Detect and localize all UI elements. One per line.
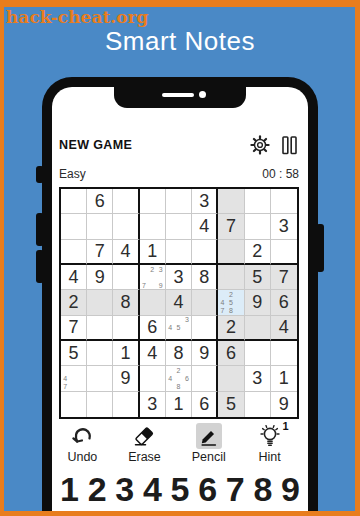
numpad-2[interactable]: 2 bbox=[88, 472, 107, 506]
cell-value: 4 bbox=[173, 292, 183, 313]
game-status-row: Easy 00 : 58 bbox=[52, 166, 308, 182]
phone-screen: NEW GAME bbox=[52, 87, 308, 516]
cell-value: 5 bbox=[69, 343, 79, 364]
undo-arrow-icon bbox=[69, 423, 95, 449]
cell-value: 4 bbox=[147, 343, 157, 364]
cell-value: 9 bbox=[252, 292, 262, 313]
numpad-9[interactable]: 9 bbox=[281, 472, 300, 506]
numpad-5[interactable]: 5 bbox=[171, 472, 190, 506]
camera-dot bbox=[199, 91, 206, 98]
cell-value: 7 bbox=[69, 317, 79, 338]
hint-label: Hint bbox=[258, 450, 280, 464]
difficulty-label: Easy bbox=[52, 167, 86, 181]
cell-r8c1[interactable]: 47 bbox=[61, 366, 87, 391]
cell-value: 5 bbox=[252, 267, 262, 288]
screenshot-canvas: hack-cheat.org Smart Notes NEW GAME bbox=[0, 0, 360, 516]
cell-value: 9 bbox=[121, 368, 131, 389]
cell-r2c1[interactable] bbox=[61, 214, 87, 239]
cell-r3c1[interactable] bbox=[61, 240, 87, 265]
cell-r8c7[interactable] bbox=[218, 366, 244, 391]
cell-r7c6[interactable]: 9 bbox=[192, 341, 218, 366]
undo-label: Undo bbox=[67, 450, 97, 464]
cell-r4c3[interactable] bbox=[113, 265, 139, 290]
cell-r4c5[interactable]: 3 bbox=[166, 265, 192, 290]
cell-r4c1[interactable]: 4 bbox=[61, 265, 87, 290]
cell-r9c3[interactable] bbox=[113, 392, 139, 417]
cell-value: 7 bbox=[226, 216, 236, 237]
cell-value: 8 bbox=[121, 292, 131, 313]
cell-value: 1 bbox=[147, 241, 157, 262]
frame-border-bottom bbox=[0, 511, 360, 516]
cell-r9c6[interactable]: 6 bbox=[192, 392, 218, 417]
banner-title: Smart Notes bbox=[0, 26, 360, 57]
cell-r5c8[interactable]: 9 bbox=[245, 290, 271, 315]
cell-r3c8[interactable]: 2 bbox=[245, 240, 271, 265]
cell-r3c7[interactable] bbox=[218, 240, 244, 265]
phone-mockup: NEW GAME bbox=[42, 77, 318, 516]
cell-value: 2 bbox=[252, 241, 262, 262]
cell-value: 1 bbox=[173, 394, 183, 415]
cell-value: 3 bbox=[279, 216, 289, 237]
cell-value: 9 bbox=[279, 394, 289, 415]
cell-value: 4 bbox=[69, 267, 79, 288]
cell-value: 9 bbox=[199, 343, 209, 364]
cell-r1c5[interactable] bbox=[166, 189, 192, 214]
cell-value: 6 bbox=[199, 394, 209, 415]
phone-notch bbox=[114, 87, 246, 108]
cell-r7c4[interactable]: 4 bbox=[140, 341, 166, 366]
cell-value: 9 bbox=[95, 267, 105, 288]
cell-r9c1[interactable] bbox=[61, 392, 87, 417]
cell-r8c2[interactable] bbox=[87, 366, 113, 391]
pencil-notes: 2468 bbox=[166, 366, 191, 390]
cell-r2c6[interactable]: 4 bbox=[192, 214, 218, 239]
cell-value: 6 bbox=[95, 191, 105, 212]
cell-value: 4 bbox=[279, 317, 289, 338]
cell-r6c2[interactable] bbox=[87, 316, 113, 341]
cell-r1c1[interactable] bbox=[61, 189, 87, 214]
pencil-notes: 24578 bbox=[218, 290, 243, 314]
sudoku-grid: 6347374124923793857284245789676345245148… bbox=[59, 187, 299, 419]
cell-r5c7[interactable]: 24578 bbox=[218, 290, 244, 315]
cell-r6c5[interactable]: 345 bbox=[166, 316, 192, 341]
cell-r2c7[interactable]: 7 bbox=[218, 214, 244, 239]
frame-border-top bbox=[0, 0, 360, 7]
page-title: NEW GAME bbox=[52, 138, 132, 152]
cell-r9c5[interactable]: 1 bbox=[166, 392, 192, 417]
cell-value: 1 bbox=[279, 368, 289, 389]
cell-r2c4[interactable] bbox=[140, 214, 166, 239]
pencil-label: Pencil bbox=[192, 450, 226, 464]
cell-r5c5[interactable]: 4 bbox=[166, 290, 192, 315]
number-pad: 123456789 bbox=[52, 468, 308, 510]
cell-value: 7 bbox=[95, 241, 105, 262]
cell-value: 6 bbox=[279, 292, 289, 313]
watermark: hack-cheat.org bbox=[6, 7, 148, 27]
cell-r7c5[interactable]: 8 bbox=[166, 341, 192, 366]
frame-border-right bbox=[355, 0, 360, 516]
speaker-slot bbox=[162, 93, 194, 97]
toolbar: Undo Erase bbox=[52, 423, 308, 465]
cell-r2c9[interactable]: 3 bbox=[271, 214, 297, 239]
cell-r3c2[interactable]: 7 bbox=[87, 240, 113, 265]
undo-button[interactable]: Undo bbox=[67, 423, 97, 465]
cell-r6c6[interactable] bbox=[192, 316, 218, 341]
cell-r6c9[interactable]: 4 bbox=[271, 316, 297, 341]
cell-r1c6[interactable]: 3 bbox=[192, 189, 218, 214]
cell-r3c6[interactable] bbox=[192, 240, 218, 265]
cell-r5c2[interactable] bbox=[87, 290, 113, 315]
numpad-3[interactable]: 3 bbox=[115, 472, 134, 506]
cell-r1c9[interactable] bbox=[271, 189, 297, 214]
gear-icon[interactable] bbox=[249, 134, 271, 156]
cell-r7c1[interactable]: 5 bbox=[61, 341, 87, 366]
cell-value: 6 bbox=[147, 317, 157, 338]
cell-r8c6[interactable] bbox=[192, 366, 218, 391]
erase-label: Erase bbox=[128, 450, 161, 464]
cell-r6c1[interactable]: 7 bbox=[61, 316, 87, 341]
cell-r5c9[interactable]: 6 bbox=[271, 290, 297, 315]
cell-value: 3 bbox=[173, 267, 183, 288]
cell-r9c9[interactable]: 9 bbox=[271, 392, 297, 417]
pencil-notes: 345 bbox=[166, 316, 191, 339]
cell-r4c6[interactable]: 8 bbox=[192, 265, 218, 290]
timer: 00 : 58 bbox=[262, 167, 308, 181]
cell-value: 8 bbox=[199, 267, 209, 288]
cell-r6c4[interactable]: 6 bbox=[140, 316, 166, 341]
cell-value: 2 bbox=[226, 317, 236, 338]
app-header: NEW GAME bbox=[52, 133, 308, 157]
cell-r4c7[interactable] bbox=[218, 265, 244, 290]
cell-r4c9[interactable]: 7 bbox=[271, 265, 297, 290]
cell-r1c7[interactable] bbox=[218, 189, 244, 214]
cell-r5c6[interactable] bbox=[192, 290, 218, 315]
cell-r8c5[interactable]: 2468 bbox=[166, 366, 192, 391]
cell-r1c2[interactable]: 6 bbox=[87, 189, 113, 214]
cell-r7c2[interactable] bbox=[87, 341, 113, 366]
cell-r6c7[interactable]: 2 bbox=[218, 316, 244, 341]
cell-value: 3 bbox=[252, 368, 262, 389]
cell-r5c3[interactable]: 8 bbox=[113, 290, 139, 315]
cell-value: 3 bbox=[147, 394, 157, 415]
cell-r9c4[interactable]: 3 bbox=[140, 392, 166, 417]
cell-value: 7 bbox=[279, 267, 289, 288]
cell-r3c4[interactable]: 1 bbox=[140, 240, 166, 265]
cell-r1c8[interactable] bbox=[245, 189, 271, 214]
hint-button[interactable]: 1 Hint bbox=[257, 423, 283, 465]
pencil-notes: 2379 bbox=[140, 265, 165, 289]
pencil-button[interactable]: Pencil bbox=[192, 423, 226, 465]
pencil-icon bbox=[196, 423, 222, 449]
cell-r6c8[interactable] bbox=[245, 316, 271, 341]
cell-r2c3[interactable] bbox=[113, 214, 139, 239]
numpad-4[interactable]: 4 bbox=[143, 472, 162, 506]
cell-r5c4[interactable] bbox=[140, 290, 166, 315]
cell-r2c2[interactable] bbox=[87, 214, 113, 239]
cell-r8c4[interactable] bbox=[140, 366, 166, 391]
cell-r3c3[interactable]: 4 bbox=[113, 240, 139, 265]
cell-r9c7[interactable]: 5 bbox=[218, 392, 244, 417]
cell-r5c1[interactable]: 2 bbox=[61, 290, 87, 315]
numpad-8[interactable]: 8 bbox=[253, 472, 272, 506]
eraser-icon bbox=[131, 423, 157, 449]
cell-value: 1 bbox=[121, 343, 131, 364]
cell-r2c5[interactable] bbox=[166, 214, 192, 239]
cell-r3c5[interactable] bbox=[166, 240, 192, 265]
cell-r4c4[interactable]: 2379 bbox=[140, 265, 166, 290]
hint-count-badge: 1 bbox=[282, 420, 288, 432]
numpad-1[interactable]: 1 bbox=[60, 472, 79, 506]
cell-r1c4[interactable] bbox=[140, 189, 166, 214]
cell-r1c3[interactable] bbox=[113, 189, 139, 214]
cell-r3c9[interactable] bbox=[271, 240, 297, 265]
cell-r9c2[interactable] bbox=[87, 392, 113, 417]
cell-value: 8 bbox=[173, 343, 183, 364]
numpad-6[interactable]: 6 bbox=[198, 472, 217, 506]
cell-r7c9[interactable] bbox=[271, 341, 297, 366]
cell-r8c3[interactable]: 9 bbox=[113, 366, 139, 391]
cell-value: 5 bbox=[226, 394, 236, 415]
cell-r7c7[interactable]: 6 bbox=[218, 341, 244, 366]
lightbulb-icon bbox=[257, 423, 283, 449]
erase-button[interactable]: Erase bbox=[128, 423, 161, 465]
cell-value: 4 bbox=[199, 216, 209, 237]
cell-r4c8[interactable]: 5 bbox=[245, 265, 271, 290]
cell-value: 6 bbox=[226, 343, 236, 364]
cell-r8c8[interactable]: 3 bbox=[245, 366, 271, 391]
cell-r7c8[interactable] bbox=[245, 341, 271, 366]
pause-icon[interactable] bbox=[282, 136, 297, 155]
cell-r6c3[interactable] bbox=[113, 316, 139, 341]
cell-r2c8[interactable] bbox=[245, 214, 271, 239]
cell-value: 2 bbox=[69, 292, 79, 313]
cell-r7c3[interactable]: 1 bbox=[113, 341, 139, 366]
cell-r9c8[interactable] bbox=[245, 392, 271, 417]
numpad-7[interactable]: 7 bbox=[226, 472, 245, 506]
cell-r4c2[interactable]: 9 bbox=[87, 265, 113, 290]
cell-value: 4 bbox=[121, 241, 131, 262]
cell-value: 3 bbox=[199, 191, 209, 212]
frame-border-left bbox=[0, 0, 4, 516]
cell-r8c9[interactable]: 1 bbox=[271, 366, 297, 391]
pencil-notes: 47 bbox=[61, 366, 86, 390]
